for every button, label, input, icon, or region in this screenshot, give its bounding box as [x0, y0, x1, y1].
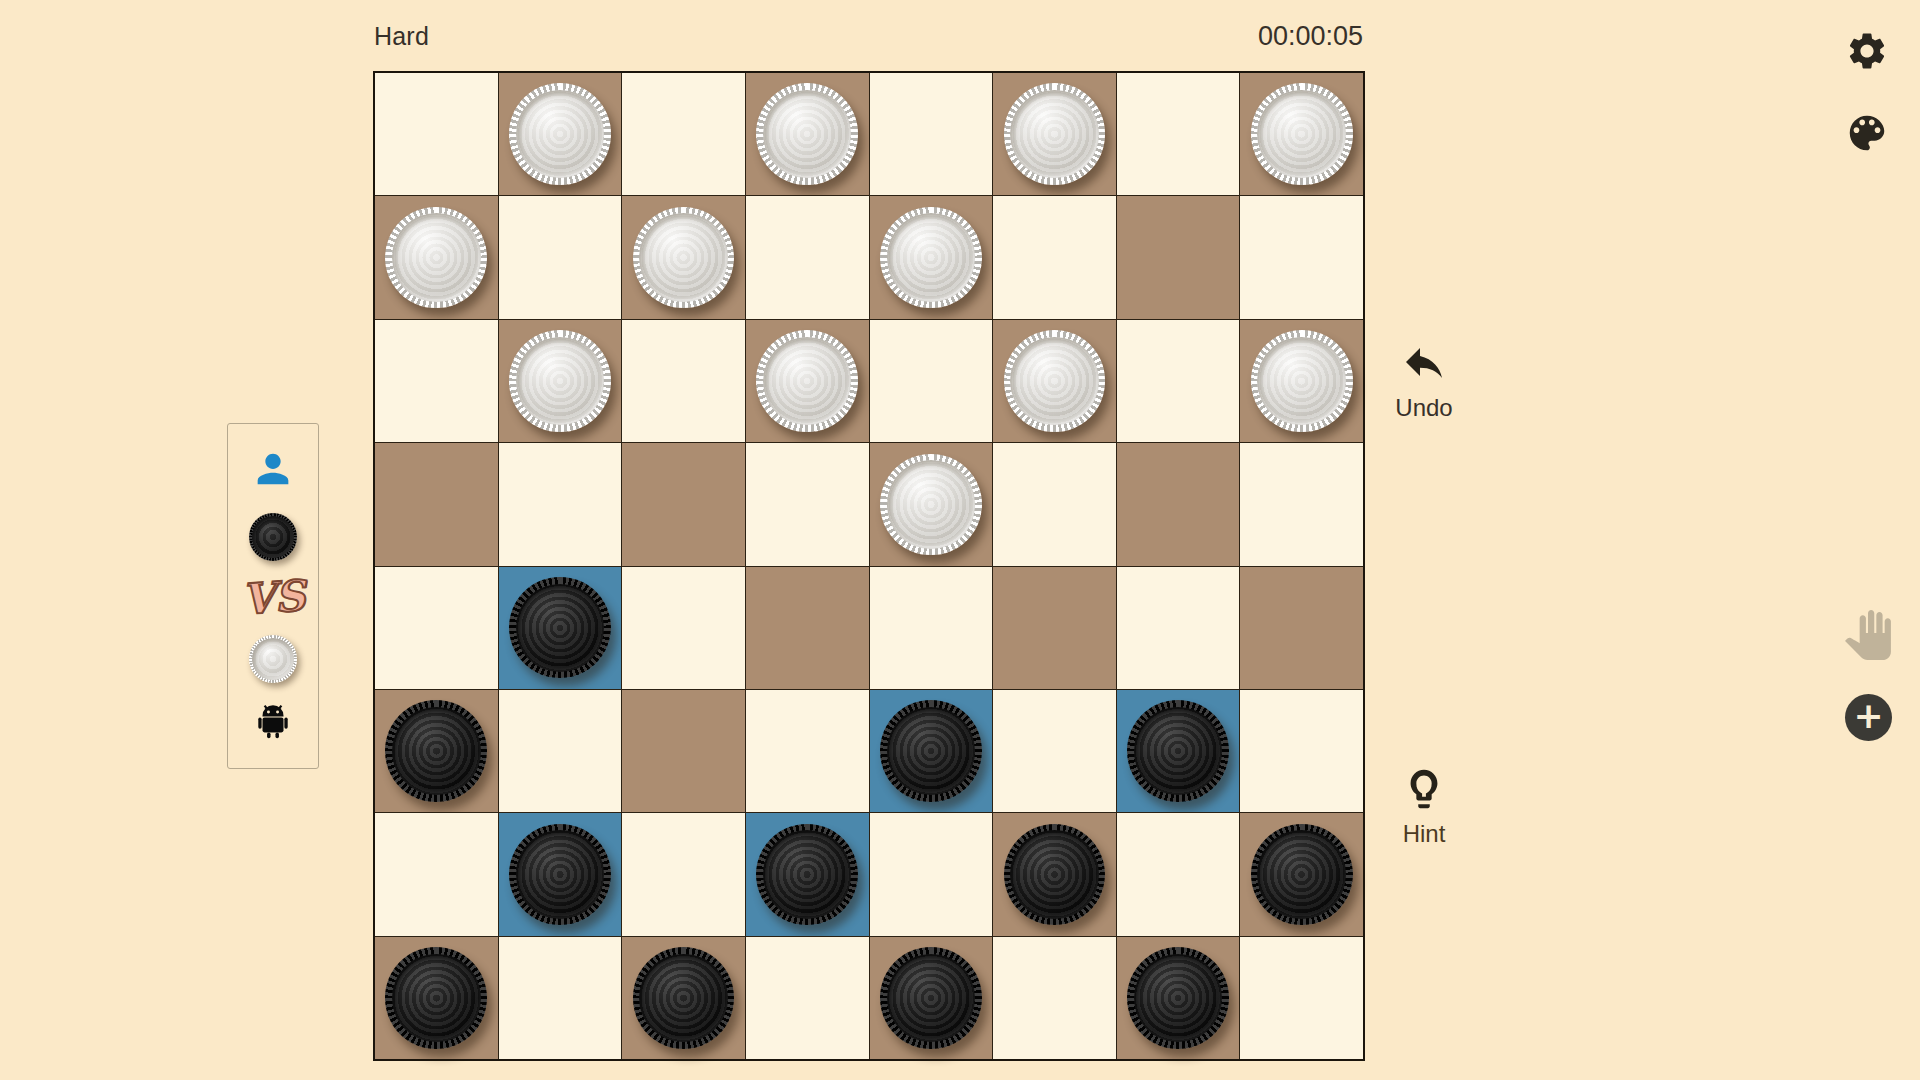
square-e3[interactable] [870, 690, 993, 812]
player-person-icon [250, 446, 296, 496]
zoom-in-button[interactable]: + [1845, 694, 1892, 741]
pan-hand-button[interactable] [1843, 610, 1893, 664]
square-h3 [1240, 690, 1363, 812]
square-d5 [746, 443, 869, 565]
square-e4 [870, 567, 993, 689]
black-piece-b2[interactable] [509, 824, 611, 926]
square-g8 [1117, 73, 1240, 195]
square-b1 [499, 937, 622, 1059]
black-piece-e1[interactable] [880, 947, 982, 1049]
game-timer: 00:00:05 [1163, 21, 1363, 52]
hand-icon [1843, 646, 1893, 663]
square-a8 [375, 73, 498, 195]
square-d1 [746, 937, 869, 1059]
theme-button[interactable] [1844, 110, 1890, 160]
palette-icon [1844, 142, 1890, 159]
square-h4[interactable] [1240, 567, 1363, 689]
black-piece-h2[interactable] [1251, 824, 1353, 926]
white-piece-e5[interactable] [880, 454, 982, 556]
square-h8[interactable] [1240, 73, 1363, 195]
square-f5 [993, 443, 1116, 565]
square-f7 [993, 196, 1116, 318]
square-a3[interactable] [375, 690, 498, 812]
black-piece-a3[interactable] [385, 700, 487, 802]
square-a7[interactable] [375, 196, 498, 318]
square-h2[interactable] [1240, 813, 1363, 935]
white-piece-d8[interactable] [756, 83, 858, 185]
white-piece-e7[interactable] [880, 207, 982, 309]
square-b3 [499, 690, 622, 812]
square-h7 [1240, 196, 1363, 318]
black-piece-a1[interactable] [385, 947, 487, 1049]
square-f6[interactable] [993, 320, 1116, 442]
android-ai-icon [252, 700, 294, 746]
white-piece-b6[interactable] [509, 330, 611, 432]
square-g3[interactable] [1117, 690, 1240, 812]
square-e5[interactable] [870, 443, 993, 565]
square-e6 [870, 320, 993, 442]
white-player-piece [249, 635, 297, 683]
square-e2 [870, 813, 993, 935]
white-piece-a7[interactable] [385, 207, 487, 309]
square-g5[interactable] [1117, 443, 1240, 565]
black-piece-g1[interactable] [1127, 947, 1229, 1049]
black-piece-g3[interactable] [1127, 700, 1229, 802]
players-panel: VS [227, 423, 319, 769]
undo-label: Undo [1369, 394, 1479, 422]
hint-button[interactable]: Hint [1369, 766, 1479, 848]
undo-button[interactable]: Undo [1369, 338, 1479, 422]
square-c4 [622, 567, 745, 689]
square-g4 [1117, 567, 1240, 689]
square-c3[interactable] [622, 690, 745, 812]
white-piece-b8[interactable] [509, 83, 611, 185]
square-g2 [1117, 813, 1240, 935]
square-a6 [375, 320, 498, 442]
square-e7[interactable] [870, 196, 993, 318]
white-piece-h8[interactable] [1251, 83, 1353, 185]
checkers-board [373, 71, 1365, 1061]
difficulty-label: Hard [374, 22, 429, 51]
square-a1[interactable] [375, 937, 498, 1059]
square-c5[interactable] [622, 443, 745, 565]
square-d4[interactable] [746, 567, 869, 689]
square-f2[interactable] [993, 813, 1116, 935]
square-d7 [746, 196, 869, 318]
square-d6[interactable] [746, 320, 869, 442]
square-d8[interactable] [746, 73, 869, 195]
square-a4 [375, 567, 498, 689]
plus-icon: + [1853, 698, 1883, 734]
white-piece-d6[interactable] [756, 330, 858, 432]
square-h5 [1240, 443, 1363, 565]
square-g6 [1117, 320, 1240, 442]
black-piece-c1[interactable] [633, 947, 735, 1049]
square-g7[interactable] [1117, 196, 1240, 318]
square-b6[interactable] [499, 320, 622, 442]
undo-icon [1400, 372, 1448, 389]
white-piece-c7[interactable] [633, 207, 735, 309]
square-b2[interactable] [499, 813, 622, 935]
square-c8 [622, 73, 745, 195]
square-d2[interactable] [746, 813, 869, 935]
white-piece-f6[interactable] [1004, 330, 1106, 432]
black-player-piece [249, 513, 297, 561]
square-h1 [1240, 937, 1363, 1059]
square-g1[interactable] [1117, 937, 1240, 1059]
square-c2 [622, 813, 745, 935]
square-h6[interactable] [1240, 320, 1363, 442]
square-b7 [499, 196, 622, 318]
square-c7[interactable] [622, 196, 745, 318]
square-f3 [993, 690, 1116, 812]
square-b8[interactable] [499, 73, 622, 195]
square-d3 [746, 690, 869, 812]
square-f8[interactable] [993, 73, 1116, 195]
square-c1[interactable] [622, 937, 745, 1059]
square-a2 [375, 813, 498, 935]
hint-label: Hint [1369, 820, 1479, 848]
vs-label: VS [240, 575, 306, 621]
black-piece-e3[interactable] [880, 700, 982, 802]
square-e8 [870, 73, 993, 195]
square-a5[interactable] [375, 443, 498, 565]
square-b4[interactable] [499, 567, 622, 689]
white-piece-h6[interactable] [1251, 330, 1353, 432]
gear-icon [1845, 59, 1889, 76]
settings-button[interactable] [1845, 29, 1889, 77]
black-piece-b4[interactable] [509, 577, 611, 679]
black-piece-d2[interactable] [756, 824, 858, 926]
black-piece-f2[interactable] [1004, 824, 1106, 926]
white-piece-f8[interactable] [1004, 83, 1106, 185]
lightbulb-icon [1401, 798, 1447, 815]
square-f1 [993, 937, 1116, 1059]
square-f4[interactable] [993, 567, 1116, 689]
square-c6 [622, 320, 745, 442]
square-b5 [499, 443, 622, 565]
square-e1[interactable] [870, 937, 993, 1059]
